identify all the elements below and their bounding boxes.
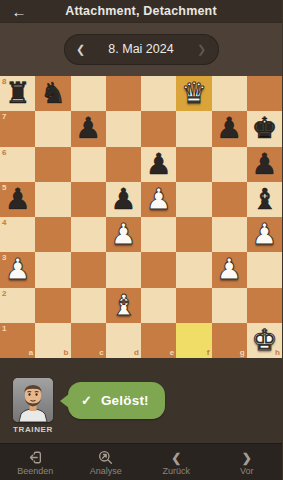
piece-wP-e5[interactable]: ♟ <box>141 182 176 217</box>
square-d5[interactable]: ♟ <box>106 182 141 217</box>
piece-bN-b8[interactable]: ♞ <box>35 76 70 111</box>
square-h3[interactable] <box>247 252 282 287</box>
file-label-d: d <box>134 349 139 357</box>
rank-label-4: 4 <box>2 219 6 227</box>
square-c4[interactable] <box>71 217 106 252</box>
piece-bP-h6[interactable]: ♟ <box>247 147 282 182</box>
page-title: Attachment, Detachment <box>65 4 217 18</box>
square-f7[interactable] <box>176 111 211 146</box>
piece-bP-a5[interactable]: ♟ <box>0 182 35 217</box>
file-label-a: a <box>29 349 33 357</box>
piece-bK-h7[interactable]: ♚ <box>247 111 282 146</box>
rank-label-1: 1 <box>2 325 6 333</box>
square-g1[interactable]: g <box>212 323 247 358</box>
beenden-label: Beenden <box>17 466 53 476</box>
file-label-c: c <box>99 349 103 357</box>
square-e5[interactable]: ♟ <box>141 182 176 217</box>
solved-bubble: ✓ Gelöst! <box>68 382 165 419</box>
square-h5[interactable]: ♝ <box>247 182 282 217</box>
date-prev-button[interactable]: ❮ <box>64 34 98 65</box>
square-e1[interactable]: e <box>141 323 176 358</box>
square-d2[interactable]: ♝ <box>106 288 141 323</box>
file-label-f: f <box>207 349 210 357</box>
square-g7[interactable]: ♟ <box>212 111 247 146</box>
square-h2[interactable] <box>247 288 282 323</box>
piece-wP-a3[interactable]: ♟ <box>0 252 35 287</box>
square-e6[interactable]: ♟ <box>141 147 176 182</box>
trainer-name-label: TRAINER <box>0 425 66 434</box>
square-f4[interactable] <box>176 217 211 252</box>
square-f2[interactable] <box>176 288 211 323</box>
square-a6[interactable]: 6 <box>0 147 35 182</box>
square-c3[interactable] <box>71 252 106 287</box>
chess-board[interactable]: 8♜♞♛7♟♟♚6♟♟5♟♟♟♝4♟♟3♟♟2♝1abcdefgh♚ <box>0 76 282 358</box>
rank-label-7: 7 <box>2 113 6 121</box>
file-label-g: g <box>240 349 245 357</box>
piece-wP-d4[interactable]: ♟ <box>106 217 141 252</box>
square-c8[interactable] <box>71 76 106 111</box>
piece-wP-g3[interactable]: ♟ <box>212 252 247 287</box>
square-h1[interactable]: h♚ <box>247 323 282 358</box>
date-selector[interactable]: ❮ 8. Mai 2024 ❯ <box>64 34 219 65</box>
square-b2[interactable] <box>35 288 70 323</box>
square-d1[interactable]: d <box>106 323 141 358</box>
chevron-right-icon: ❯ <box>197 43 206 55</box>
square-e8[interactable] <box>141 76 176 111</box>
back-button[interactable]: ← <box>6 0 32 22</box>
trainer-avatar-image <box>13 378 53 422</box>
piece-bR-a8[interactable]: ♜ <box>0 76 35 111</box>
piece-bP-c7[interactable]: ♟ <box>71 111 106 146</box>
square-d7[interactable] <box>106 111 141 146</box>
solved-message: Gelöst! <box>101 393 149 408</box>
square-b1[interactable]: b <box>35 323 70 358</box>
square-c7[interactable]: ♟ <box>71 111 106 146</box>
square-c2[interactable] <box>71 288 106 323</box>
square-b5[interactable] <box>35 182 70 217</box>
square-e2[interactable] <box>141 288 176 323</box>
square-a2[interactable]: 2 <box>0 288 35 323</box>
beenden-button[interactable]: Beenden <box>0 444 71 480</box>
square-c1[interactable]: c <box>71 323 106 358</box>
square-a5[interactable]: 5♟ <box>0 182 35 217</box>
analysis-icon <box>98 450 113 465</box>
square-h8[interactable] <box>247 76 282 111</box>
square-d3[interactable] <box>106 252 141 287</box>
square-a8[interactable]: 8♜ <box>0 76 35 111</box>
square-a1[interactable]: 1a <box>0 323 35 358</box>
chevron-left-icon: ❮ <box>76 43 85 55</box>
square-g2[interactable] <box>212 288 247 323</box>
square-a4[interactable]: 4 <box>0 217 35 252</box>
piece-bP-e6[interactable]: ♟ <box>141 147 176 182</box>
square-b4[interactable] <box>35 217 70 252</box>
rank-label-6: 6 <box>2 149 6 157</box>
piece-wB-d2[interactable]: ♝ <box>106 288 141 323</box>
square-c5[interactable] <box>71 182 106 217</box>
analyse-label: Analyse <box>90 466 122 476</box>
piece-bP-d5[interactable]: ♟ <box>106 182 141 217</box>
zurueck-label: Zurück <box>162 466 190 476</box>
square-f5[interactable] <box>176 182 211 217</box>
vor-button[interactable]: ❯ Vor <box>212 444 283 480</box>
exit-icon <box>28 450 43 465</box>
square-g3[interactable]: ♟ <box>212 252 247 287</box>
check-icon: ✓ <box>81 393 92 408</box>
piece-wP-h4[interactable]: ♟ <box>247 217 282 252</box>
analyse-button[interactable]: Analyse <box>71 444 142 480</box>
chevron-left-icon: ❮ <box>171 450 181 465</box>
piece-wK-h1[interactable]: ♚ <box>247 323 282 358</box>
square-e4[interactable] <box>141 217 176 252</box>
chevron-right-icon: ❯ <box>242 450 252 465</box>
piece-bB-h5[interactable]: ♝ <box>247 182 282 217</box>
square-h7[interactable]: ♚ <box>247 111 282 146</box>
square-b8[interactable]: ♞ <box>35 76 70 111</box>
square-g5[interactable] <box>212 182 247 217</box>
square-f3[interactable] <box>176 252 211 287</box>
square-f8[interactable]: ♛ <box>176 76 211 111</box>
square-h6[interactable]: ♟ <box>247 147 282 182</box>
zurueck-button[interactable]: ❮ Zurück <box>141 444 212 480</box>
square-b7[interactable] <box>35 111 70 146</box>
trainer-avatar <box>13 378 53 422</box>
bottom-toolbar: Beenden Analyse ❮ Zurück ❯ Vor <box>0 443 282 480</box>
square-a3[interactable]: 3♟ <box>0 252 35 287</box>
file-label-b: b <box>64 349 69 357</box>
vor-label: Vor <box>240 466 254 476</box>
square-d6[interactable] <box>106 147 141 182</box>
date-display: 8. Mai 2024 <box>108 42 173 56</box>
square-f1[interactable]: f <box>176 323 211 358</box>
file-label-e: e <box>170 349 174 357</box>
piece-wQ-f8[interactable]: ♛ <box>176 76 211 111</box>
square-b6[interactable] <box>35 147 70 182</box>
square-g8[interactable] <box>212 76 247 111</box>
square-e7[interactable] <box>141 111 176 146</box>
square-a7[interactable]: 7 <box>0 111 35 146</box>
square-d4[interactable]: ♟ <box>106 217 141 252</box>
square-b3[interactable] <box>35 252 70 287</box>
rank-label-2: 2 <box>2 290 6 298</box>
square-d8[interactable] <box>106 76 141 111</box>
square-e3[interactable] <box>141 252 176 287</box>
piece-bP-g7[interactable]: ♟ <box>212 111 247 146</box>
square-h4[interactable]: ♟ <box>247 217 282 252</box>
trainer-strip: TRAINER ✓ Gelöst! <box>0 358 282 443</box>
square-g6[interactable] <box>212 147 247 182</box>
top-bar: ← Attachment, Detachment <box>0 0 282 22</box>
square-c6[interactable] <box>71 147 106 182</box>
date-nav-bar: ❮ 8. Mai 2024 ❯ <box>0 22 282 76</box>
square-f6[interactable] <box>176 147 211 182</box>
date-next-button[interactable]: ❯ <box>184 34 218 65</box>
square-g4[interactable] <box>212 217 247 252</box>
back-arrow-icon: ← <box>12 3 27 20</box>
